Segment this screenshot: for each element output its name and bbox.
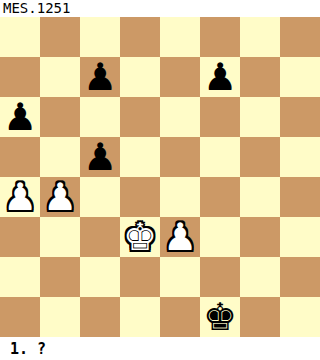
square-c4[interactable] bbox=[80, 177, 120, 217]
diagram-title: MES.1251 bbox=[3, 0, 70, 17]
square-g4[interactable] bbox=[240, 177, 280, 217]
square-d7[interactable] bbox=[120, 57, 160, 97]
black-king-f1[interactable]: ♚ bbox=[203, 297, 237, 337]
square-c1[interactable] bbox=[80, 297, 120, 337]
square-b8[interactable] bbox=[40, 17, 80, 57]
square-d6[interactable] bbox=[120, 97, 160, 137]
square-g3[interactable] bbox=[240, 217, 280, 257]
square-a6[interactable]: ♟ bbox=[0, 97, 40, 137]
square-f7[interactable]: ♟ bbox=[200, 57, 240, 97]
square-e3[interactable]: ♟ bbox=[160, 217, 200, 257]
square-a8[interactable] bbox=[0, 17, 40, 57]
square-d3[interactable]: ♚ bbox=[120, 217, 160, 257]
square-c5[interactable]: ♟ bbox=[80, 137, 120, 177]
square-b5[interactable] bbox=[40, 137, 80, 177]
square-g6[interactable] bbox=[240, 97, 280, 137]
square-h4[interactable] bbox=[280, 177, 320, 217]
square-e7[interactable] bbox=[160, 57, 200, 97]
square-h8[interactable] bbox=[280, 17, 320, 57]
white-pawn-e3[interactable]: ♟ bbox=[163, 217, 197, 257]
black-pawn-f7[interactable]: ♟ bbox=[203, 57, 237, 97]
black-pawn-c7[interactable]: ♟ bbox=[83, 57, 117, 97]
square-c8[interactable] bbox=[80, 17, 120, 57]
square-f5[interactable] bbox=[200, 137, 240, 177]
square-a3[interactable] bbox=[0, 217, 40, 257]
square-f6[interactable] bbox=[200, 97, 240, 137]
header-bar: MES.1251 bbox=[0, 0, 320, 17]
square-c3[interactable] bbox=[80, 217, 120, 257]
square-e1[interactable] bbox=[160, 297, 200, 337]
square-d5[interactable] bbox=[120, 137, 160, 177]
square-f2[interactable] bbox=[200, 257, 240, 297]
white-pawn-b4[interactable]: ♟ bbox=[43, 177, 77, 217]
square-a5[interactable] bbox=[0, 137, 40, 177]
square-h3[interactable] bbox=[280, 217, 320, 257]
square-b4[interactable]: ♟ bbox=[40, 177, 80, 217]
footer-bar: 1. ? bbox=[0, 337, 320, 360]
square-f4[interactable] bbox=[200, 177, 240, 217]
square-c7[interactable]: ♟ bbox=[80, 57, 120, 97]
square-d4[interactable] bbox=[120, 177, 160, 217]
square-g8[interactable] bbox=[240, 17, 280, 57]
black-pawn-a6[interactable]: ♟ bbox=[3, 97, 37, 137]
square-f3[interactable] bbox=[200, 217, 240, 257]
square-g5[interactable] bbox=[240, 137, 280, 177]
square-d1[interactable] bbox=[120, 297, 160, 337]
square-h2[interactable] bbox=[280, 257, 320, 297]
square-a2[interactable] bbox=[0, 257, 40, 297]
square-e8[interactable] bbox=[160, 17, 200, 57]
square-h1[interactable] bbox=[280, 297, 320, 337]
square-e4[interactable] bbox=[160, 177, 200, 217]
square-b2[interactable] bbox=[40, 257, 80, 297]
move-prompt: 1. ? bbox=[10, 340, 46, 358]
square-e5[interactable] bbox=[160, 137, 200, 177]
white-pawn-a4[interactable]: ♟ bbox=[3, 177, 37, 217]
square-c2[interactable] bbox=[80, 257, 120, 297]
square-e6[interactable] bbox=[160, 97, 200, 137]
square-a1[interactable] bbox=[0, 297, 40, 337]
square-c6[interactable] bbox=[80, 97, 120, 137]
square-h5[interactable] bbox=[280, 137, 320, 177]
square-h6[interactable] bbox=[280, 97, 320, 137]
square-b3[interactable] bbox=[40, 217, 80, 257]
square-d8[interactable] bbox=[120, 17, 160, 57]
square-e2[interactable] bbox=[160, 257, 200, 297]
square-b1[interactable] bbox=[40, 297, 80, 337]
white-king-d3[interactable]: ♚ bbox=[123, 217, 157, 257]
square-b7[interactable] bbox=[40, 57, 80, 97]
square-g1[interactable] bbox=[240, 297, 280, 337]
chess-board: ♟♟♟♟♟♟♚♟♚ bbox=[0, 17, 320, 337]
square-d2[interactable] bbox=[120, 257, 160, 297]
square-a4[interactable]: ♟ bbox=[0, 177, 40, 217]
square-g7[interactable] bbox=[240, 57, 280, 97]
square-f1[interactable]: ♚ bbox=[200, 297, 240, 337]
square-h7[interactable] bbox=[280, 57, 320, 97]
square-b6[interactable] bbox=[40, 97, 80, 137]
square-a7[interactable] bbox=[0, 57, 40, 97]
black-pawn-c5[interactable]: ♟ bbox=[83, 137, 117, 177]
square-g2[interactable] bbox=[240, 257, 280, 297]
square-f8[interactable] bbox=[200, 17, 240, 57]
